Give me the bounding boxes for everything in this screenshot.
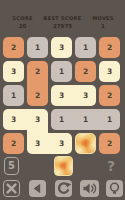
tile-number: 2 <box>3 133 24 154</box>
tile-number: 3 <box>27 133 48 154</box>
tile-number: 3 <box>3 61 24 82</box>
tile-joker[interactable] <box>75 133 96 154</box>
sound-button[interactable] <box>80 180 99 197</box>
tile-number: 2 <box>75 61 96 82</box>
best-score-value: 27975 <box>40 22 85 30</box>
tile-number: 2 <box>99 85 120 106</box>
tile-number: 2 <box>3 37 24 58</box>
best-score-label: BEST SCORE <box>40 15 85 22</box>
joker-counter[interactable]: 5 <box>4 157 19 175</box>
undo-button[interactable] <box>29 180 46 197</box>
tile-number: 3 <box>75 85 96 106</box>
score-label: SCORE <box>0 15 45 22</box>
moves-label: MOVES <box>81 15 125 22</box>
tile-number: 1 <box>51 109 72 130</box>
tile-number: 1 <box>75 37 96 58</box>
lightbulb-icon <box>106 180 123 197</box>
best-score-stat: BEST SCORE 27975 <box>40 15 85 30</box>
tile-number: 2 <box>99 133 120 154</box>
tile-connector <box>27 129 48 134</box>
restart-button[interactable] <box>55 180 72 197</box>
tile-number: 3 <box>3 109 24 130</box>
score-stat: SCORE 20 <box>0 15 45 30</box>
tile-number: 2 <box>99 37 120 58</box>
tile-number: 3 <box>27 109 48 130</box>
game-board: 213123221231332331112332 <box>3 37 120 154</box>
score-value: 20 <box>0 22 45 30</box>
tile-number: 1 <box>27 37 48 58</box>
tile-number: 3 <box>51 133 72 154</box>
game-screen: SCORE 20 BEST SCORE 27975 MOVES 1 213123… <box>0 0 125 200</box>
tile-number: 2 <box>27 85 48 106</box>
hint-button[interactable] <box>106 180 123 197</box>
tile-number: 1 <box>75 109 96 130</box>
moves-value: 1 <box>81 22 125 30</box>
tile-number: 2 <box>27 61 48 82</box>
tile-number: 1 <box>99 109 120 130</box>
tile-number: 3 <box>51 85 72 106</box>
speaker-icon <box>80 180 99 197</box>
moves-stat: MOVES 1 <box>81 15 125 30</box>
tile-number: 1 <box>51 61 72 82</box>
back-arrow-icon <box>29 180 46 197</box>
tile-number: 3 <box>51 37 72 58</box>
next-tile-joker-icon <box>54 156 73 176</box>
x-icon <box>3 180 20 197</box>
tile-number: 1 <box>3 85 24 106</box>
mystery-next-tile: ? <box>100 156 122 176</box>
close-button[interactable] <box>3 180 20 197</box>
restart-arrow-icon <box>55 180 72 197</box>
tile-number: 3 <box>99 61 120 82</box>
